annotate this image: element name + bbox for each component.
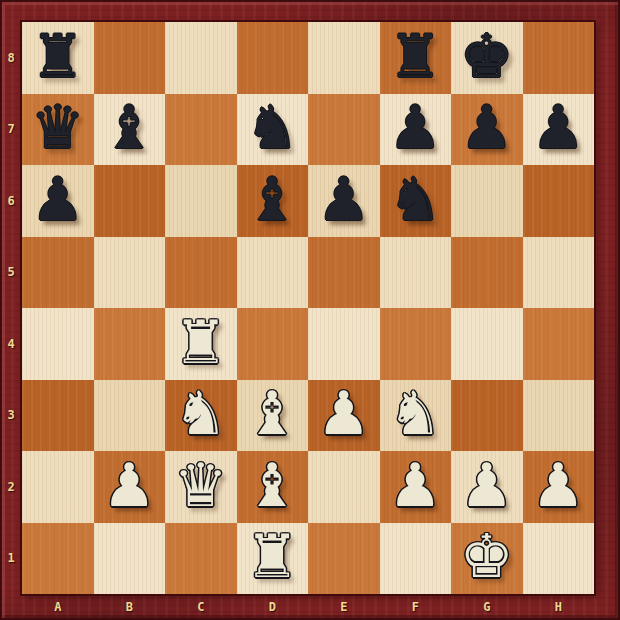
square-b8[interactable] bbox=[94, 22, 166, 94]
black-pawn-g7[interactable]: ♟ bbox=[460, 97, 514, 157]
square-b4[interactable] bbox=[94, 308, 166, 380]
square-d2[interactable]: ♝ bbox=[237, 451, 309, 523]
square-b1[interactable] bbox=[94, 523, 166, 595]
square-c3[interactable]: ♞ bbox=[165, 380, 237, 452]
square-e1[interactable] bbox=[308, 523, 380, 595]
white-knight-c3[interactable]: ♞ bbox=[174, 383, 228, 443]
black-queen-a7[interactable]: ♛ bbox=[31, 97, 85, 157]
square-a6[interactable]: ♟ bbox=[22, 165, 94, 237]
rank-label-8: 8 bbox=[7, 51, 14, 65]
rank-label-4: 4 bbox=[7, 337, 14, 351]
square-a4[interactable] bbox=[22, 308, 94, 380]
black-pawn-h7[interactable]: ♟ bbox=[531, 97, 585, 157]
square-a5[interactable] bbox=[22, 237, 94, 309]
square-d6[interactable]: ♝ bbox=[237, 165, 309, 237]
square-c1[interactable] bbox=[165, 523, 237, 595]
square-c7[interactable] bbox=[165, 94, 237, 166]
square-c4[interactable]: ♜ bbox=[165, 308, 237, 380]
file-label-b: B bbox=[126, 600, 133, 614]
white-pawn-f2[interactable]: ♟ bbox=[388, 455, 442, 515]
square-g5[interactable] bbox=[451, 237, 523, 309]
file-label-f: F bbox=[412, 600, 419, 614]
file-label-g: G bbox=[483, 600, 490, 614]
square-e8[interactable] bbox=[308, 22, 380, 94]
square-f8[interactable]: ♜ bbox=[380, 22, 452, 94]
rank-label-1: 1 bbox=[7, 551, 14, 565]
file-label-h: H bbox=[555, 600, 562, 614]
square-d7[interactable]: ♞ bbox=[237, 94, 309, 166]
square-a3[interactable] bbox=[22, 380, 94, 452]
square-e7[interactable] bbox=[308, 94, 380, 166]
square-d1[interactable]: ♜ bbox=[237, 523, 309, 595]
square-h2[interactable]: ♟ bbox=[523, 451, 595, 523]
square-c8[interactable] bbox=[165, 22, 237, 94]
square-f4[interactable] bbox=[380, 308, 452, 380]
square-h6[interactable] bbox=[523, 165, 595, 237]
white-pawn-e3[interactable]: ♟ bbox=[317, 383, 371, 443]
square-e2[interactable] bbox=[308, 451, 380, 523]
rank-label-6: 6 bbox=[7, 194, 14, 208]
rank-label-7: 7 bbox=[7, 122, 14, 136]
black-rook-a8[interactable]: ♜ bbox=[31, 26, 85, 86]
square-g2[interactable]: ♟ bbox=[451, 451, 523, 523]
file-label-d: D bbox=[269, 600, 276, 614]
black-knight-d7[interactable]: ♞ bbox=[245, 97, 299, 157]
square-c5[interactable] bbox=[165, 237, 237, 309]
square-c2[interactable]: ♛ bbox=[165, 451, 237, 523]
square-f7[interactable]: ♟ bbox=[380, 94, 452, 166]
rank-label-5: 5 bbox=[7, 265, 14, 279]
square-a1[interactable] bbox=[22, 523, 94, 595]
square-d5[interactable] bbox=[237, 237, 309, 309]
black-bishop-b7[interactable]: ♝ bbox=[102, 97, 156, 157]
square-f5[interactable] bbox=[380, 237, 452, 309]
square-e4[interactable] bbox=[308, 308, 380, 380]
square-h4[interactable] bbox=[523, 308, 595, 380]
square-h5[interactable] bbox=[523, 237, 595, 309]
square-a2[interactable] bbox=[22, 451, 94, 523]
white-pawn-g2[interactable]: ♟ bbox=[460, 455, 514, 515]
square-g8[interactable]: ♚ bbox=[451, 22, 523, 94]
square-d4[interactable] bbox=[237, 308, 309, 380]
square-g7[interactable]: ♟ bbox=[451, 94, 523, 166]
square-a7[interactable]: ♛ bbox=[22, 94, 94, 166]
square-c6[interactable] bbox=[165, 165, 237, 237]
board-frame: ♜♜♚♛♝♞♟♟♟♟♝♟♞♜♞♝♟♞♟♛♝♟♟♟♜♚ 87654321ABCDE… bbox=[0, 0, 620, 620]
white-king-g1[interactable]: ♚ bbox=[460, 526, 514, 586]
white-pawn-h2[interactable]: ♟ bbox=[531, 455, 585, 515]
white-rook-c4[interactable]: ♜ bbox=[174, 312, 228, 372]
white-queen-c2[interactable]: ♛ bbox=[174, 455, 228, 515]
white-bishop-d2[interactable]: ♝ bbox=[245, 455, 299, 515]
square-e6[interactable]: ♟ bbox=[308, 165, 380, 237]
square-f1[interactable] bbox=[380, 523, 452, 595]
black-pawn-f7[interactable]: ♟ bbox=[388, 97, 442, 157]
black-knight-f6[interactable]: ♞ bbox=[388, 169, 442, 229]
square-h3[interactable] bbox=[523, 380, 595, 452]
square-h8[interactable] bbox=[523, 22, 595, 94]
black-king-g8[interactable]: ♚ bbox=[460, 26, 514, 86]
square-g3[interactable] bbox=[451, 380, 523, 452]
white-bishop-d3[interactable]: ♝ bbox=[245, 383, 299, 443]
black-pawn-e6[interactable]: ♟ bbox=[317, 169, 371, 229]
file-label-a: A bbox=[54, 600, 61, 614]
square-h1[interactable] bbox=[523, 523, 595, 595]
square-g4[interactable] bbox=[451, 308, 523, 380]
rank-label-2: 2 bbox=[7, 480, 14, 494]
square-d3[interactable]: ♝ bbox=[237, 380, 309, 452]
square-g6[interactable] bbox=[451, 165, 523, 237]
white-rook-d1[interactable]: ♜ bbox=[245, 526, 299, 586]
black-bishop-d6[interactable]: ♝ bbox=[245, 169, 299, 229]
square-b3[interactable] bbox=[94, 380, 166, 452]
square-b5[interactable] bbox=[94, 237, 166, 309]
square-a8[interactable]: ♜ bbox=[22, 22, 94, 94]
square-g1[interactable]: ♚ bbox=[451, 523, 523, 595]
square-e3[interactable]: ♟ bbox=[308, 380, 380, 452]
square-f2[interactable]: ♟ bbox=[380, 451, 452, 523]
square-f6[interactable]: ♞ bbox=[380, 165, 452, 237]
rank-label-3: 3 bbox=[7, 408, 14, 422]
board: ♜♜♚♛♝♞♟♟♟♟♝♟♞♜♞♝♟♞♟♛♝♟♟♟♜♚ bbox=[22, 22, 594, 594]
white-knight-f3[interactable]: ♞ bbox=[388, 383, 442, 443]
square-d8[interactable] bbox=[237, 22, 309, 94]
square-h7[interactable]: ♟ bbox=[523, 94, 595, 166]
square-b2[interactable]: ♟ bbox=[94, 451, 166, 523]
black-rook-f8[interactable]: ♜ bbox=[388, 26, 442, 86]
white-pawn-b2[interactable]: ♟ bbox=[102, 455, 156, 515]
black-pawn-a6[interactable]: ♟ bbox=[31, 169, 85, 229]
square-e5[interactable] bbox=[308, 237, 380, 309]
file-label-e: E bbox=[340, 600, 347, 614]
square-b7[interactable]: ♝ bbox=[94, 94, 166, 166]
square-f3[interactable]: ♞ bbox=[380, 380, 452, 452]
file-label-c: C bbox=[197, 600, 204, 614]
square-b6[interactable] bbox=[94, 165, 166, 237]
